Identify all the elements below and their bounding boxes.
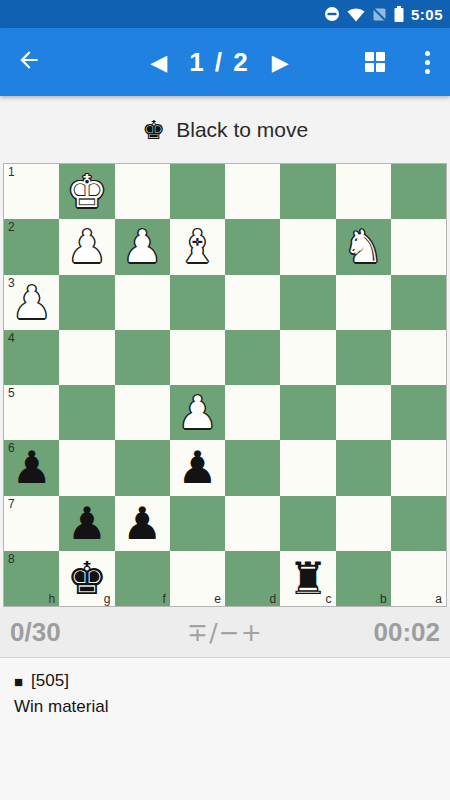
square-e7[interactable] bbox=[170, 496, 225, 551]
square-a5[interactable] bbox=[391, 385, 446, 440]
black-pawn[interactable]: ♟ bbox=[177, 445, 217, 490]
square-h1[interactable]: 1 bbox=[4, 164, 59, 219]
square-h7[interactable]: 7 bbox=[4, 496, 59, 551]
square-f1[interactable] bbox=[115, 164, 170, 219]
puzzle-navigation: ◀ 1 / 2 ▶ bbox=[150, 47, 288, 78]
square-h4[interactable]: 4 bbox=[4, 330, 59, 385]
square-a8[interactable]: a bbox=[391, 551, 446, 606]
square-b6[interactable] bbox=[336, 440, 391, 495]
square-g4[interactable] bbox=[59, 330, 114, 385]
square-g6[interactable] bbox=[59, 440, 114, 495]
board-wrap: 1♚2♟♟♝♞3♟45♟6♟♟7♟♟8hg♚fedc♜ba bbox=[0, 163, 450, 607]
square-c6[interactable] bbox=[280, 440, 335, 495]
white-pawn[interactable]: ♟ bbox=[177, 390, 217, 435]
back-button[interactable] bbox=[16, 42, 56, 82]
rank-label-8: 8 bbox=[8, 552, 15, 566]
square-e3[interactable] bbox=[170, 275, 225, 330]
square-b5[interactable] bbox=[336, 385, 391, 440]
grid-view-button[interactable] bbox=[365, 52, 385, 72]
black-pawn[interactable]: ♟ bbox=[122, 501, 162, 546]
square-g2[interactable]: ♟ bbox=[59, 219, 114, 274]
file-label-e: e bbox=[214, 592, 221, 606]
square-d1[interactable] bbox=[225, 164, 280, 219]
rank-label-7: 7 bbox=[8, 497, 15, 511]
square-d5[interactable] bbox=[225, 385, 280, 440]
square-g5[interactable] bbox=[59, 385, 114, 440]
battery-icon bbox=[394, 6, 404, 22]
square-c2[interactable] bbox=[280, 219, 335, 274]
square-f8[interactable]: f bbox=[115, 551, 170, 606]
file-label-a: a bbox=[435, 592, 442, 606]
square-f3[interactable] bbox=[115, 275, 170, 330]
rank-label-6: 6 bbox=[8, 441, 15, 455]
rank-label-2: 2 bbox=[8, 220, 15, 234]
task-header: ■ [505] bbox=[14, 668, 436, 694]
square-c7[interactable] bbox=[280, 496, 335, 551]
square-e1[interactable] bbox=[170, 164, 225, 219]
white-pawn[interactable]: ♟ bbox=[122, 224, 162, 269]
square-a6[interactable] bbox=[391, 440, 446, 495]
square-b8[interactable]: b bbox=[336, 551, 391, 606]
square-a7[interactable] bbox=[391, 496, 446, 551]
white-bishop[interactable]: ♝ bbox=[177, 224, 217, 269]
square-e4[interactable] bbox=[170, 330, 225, 385]
file-label-g: g bbox=[104, 592, 111, 606]
square-g8[interactable]: g♚ bbox=[59, 551, 114, 606]
white-king[interactable]: ♚ bbox=[67, 169, 107, 214]
square-c3[interactable] bbox=[280, 275, 335, 330]
square-d3[interactable] bbox=[225, 275, 280, 330]
file-label-d: d bbox=[270, 592, 277, 606]
no-sim-icon bbox=[372, 7, 387, 22]
square-h8[interactable]: 8h bbox=[4, 551, 59, 606]
turn-banner: ♚ Black to move bbox=[0, 96, 450, 163]
prev-puzzle-button[interactable]: ◀ bbox=[150, 51, 167, 73]
rank-label-3: 3 bbox=[8, 276, 15, 290]
square-d2[interactable] bbox=[225, 219, 280, 274]
square-h5[interactable]: 5 bbox=[4, 385, 59, 440]
white-pawn[interactable]: ♟ bbox=[67, 224, 107, 269]
square-e5[interactable]: ♟ bbox=[170, 385, 225, 440]
task-info: ■ [505] Win material bbox=[0, 657, 450, 800]
do-not-disturb-icon bbox=[324, 6, 340, 22]
arrow-left-icon bbox=[16, 47, 42, 77]
square-a1[interactable] bbox=[391, 164, 446, 219]
square-h3[interactable]: 3♟ bbox=[4, 275, 59, 330]
square-b2[interactable]: ♞ bbox=[336, 219, 391, 274]
black-pawn[interactable]: ♟ bbox=[11, 445, 51, 490]
square-b3[interactable] bbox=[336, 275, 391, 330]
white-pawn[interactable]: ♟ bbox=[11, 280, 51, 325]
square-d4[interactable] bbox=[225, 330, 280, 385]
square-f6[interactable] bbox=[115, 440, 170, 495]
black-rook[interactable]: ♜ bbox=[288, 556, 328, 601]
next-puzzle-button[interactable]: ▶ bbox=[272, 51, 289, 73]
black-king-icon: ♚ bbox=[142, 117, 165, 143]
square-f4[interactable] bbox=[115, 330, 170, 385]
screen: 5:05 ◀ 1 / 2 ▶ ♚ Black to move 1♚2♟♟♝♞3♟… bbox=[0, 0, 450, 800]
grid-view-icon bbox=[365, 52, 374, 61]
black-king[interactable]: ♚ bbox=[67, 556, 107, 601]
black-pawn[interactable]: ♟ bbox=[67, 501, 107, 546]
turn-text: Black to move bbox=[176, 118, 308, 142]
file-label-f: f bbox=[162, 592, 165, 606]
black-to-move-marker: ■ bbox=[14, 670, 23, 693]
square-a4[interactable] bbox=[391, 330, 446, 385]
wifi-icon bbox=[347, 7, 365, 22]
rank-label-1: 1 bbox=[8, 165, 15, 179]
stats-bar: 0/30 ∓/−+ 00:02 bbox=[0, 607, 450, 657]
square-a2[interactable] bbox=[391, 219, 446, 274]
file-label-b: b bbox=[380, 592, 387, 606]
square-b7[interactable] bbox=[336, 496, 391, 551]
file-label-c: c bbox=[326, 592, 332, 606]
square-b4[interactable] bbox=[336, 330, 391, 385]
task-id: [505] bbox=[31, 668, 69, 694]
square-e8[interactable]: e bbox=[170, 551, 225, 606]
overflow-menu-icon bbox=[425, 51, 430, 56]
status-bar: 5:05 bbox=[0, 0, 450, 28]
puzzle-counter: 1 / 2 bbox=[189, 47, 250, 78]
square-e2[interactable]: ♝ bbox=[170, 219, 225, 274]
square-d7[interactable] bbox=[225, 496, 280, 551]
square-c4[interactable] bbox=[280, 330, 335, 385]
square-f5[interactable] bbox=[115, 385, 170, 440]
app-bar: ◀ 1 / 2 ▶ bbox=[0, 28, 450, 96]
rank-label-5: 5 bbox=[8, 386, 15, 400]
square-g7[interactable]: ♟ bbox=[59, 496, 114, 551]
appbar-actions bbox=[365, 47, 434, 78]
square-f2[interactable]: ♟ bbox=[115, 219, 170, 274]
file-label-h: h bbox=[49, 592, 56, 606]
square-c8[interactable]: c♜ bbox=[280, 551, 335, 606]
white-knight[interactable]: ♞ bbox=[343, 224, 383, 269]
evaluation-display: ∓/−+ bbox=[187, 618, 262, 647]
square-g1[interactable]: ♚ bbox=[59, 164, 114, 219]
task-description: Win material bbox=[14, 694, 436, 720]
square-f7[interactable]: ♟ bbox=[115, 496, 170, 551]
status-time: 5:05 bbox=[411, 6, 443, 23]
square-h6[interactable]: 6♟ bbox=[4, 440, 59, 495]
square-h2[interactable]: 2 bbox=[4, 219, 59, 274]
chess-board: 1♚2♟♟♝♞3♟45♟6♟♟7♟♟8hg♚fedc♜ba bbox=[3, 163, 447, 607]
square-e6[interactable]: ♟ bbox=[170, 440, 225, 495]
square-d8[interactable]: d bbox=[225, 551, 280, 606]
square-g3[interactable] bbox=[59, 275, 114, 330]
square-d6[interactable] bbox=[225, 440, 280, 495]
overflow-menu-button[interactable] bbox=[421, 47, 434, 78]
square-b1[interactable] bbox=[336, 164, 391, 219]
timer-display: 00:02 bbox=[374, 617, 441, 648]
square-a3[interactable] bbox=[391, 275, 446, 330]
rank-label-4: 4 bbox=[8, 331, 15, 345]
score-counter: 0/30 bbox=[10, 617, 61, 648]
square-c1[interactable] bbox=[280, 164, 335, 219]
square-c5[interactable] bbox=[280, 385, 335, 440]
